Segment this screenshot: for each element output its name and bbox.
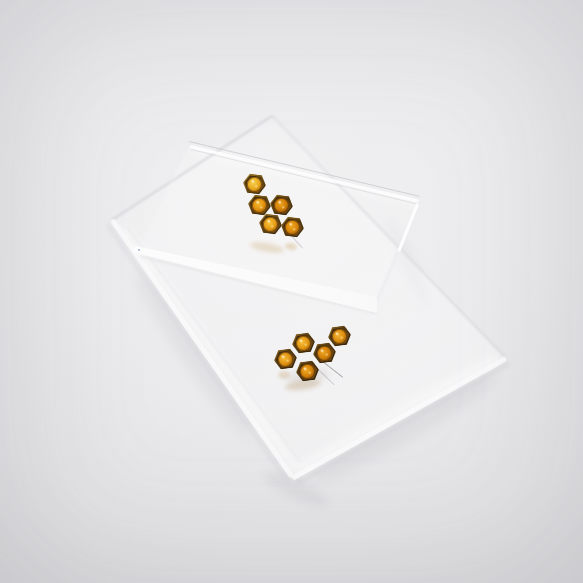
product-photo-scene (0, 0, 583, 583)
lower-earring-reflection (278, 371, 290, 379)
edge-sparkle-glint (138, 249, 140, 251)
